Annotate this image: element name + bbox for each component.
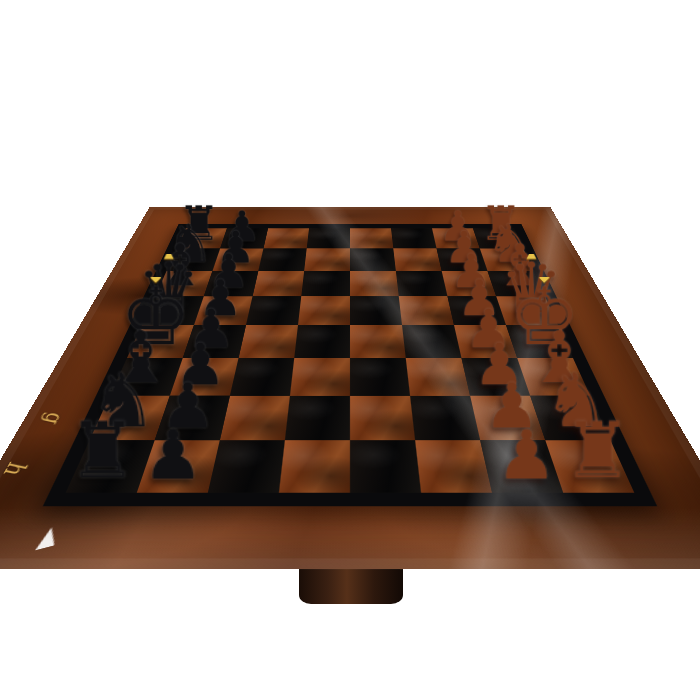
square-d3[interactable]: [399, 296, 454, 325]
specular-glint-icon: [35, 525, 61, 550]
square-c3[interactable]: [396, 271, 448, 296]
square-e3[interactable]: [402, 325, 461, 358]
square-h8[interactable]: ♜: [66, 440, 155, 492]
gold-tip-icon: ◆: [150, 269, 161, 283]
square-d4[interactable]: [350, 296, 402, 325]
file-label-h: h: [0, 461, 35, 474]
square-a3[interactable]: [391, 228, 437, 248]
black-rook[interactable]: ♜: [68, 412, 137, 489]
square-e6[interactable]: [239, 325, 298, 358]
square-e5[interactable]: [294, 325, 350, 358]
square-f4[interactable]: [350, 358, 410, 396]
square-c6[interactable]: [253, 271, 305, 296]
square-f3[interactable]: [406, 358, 470, 396]
square-h7[interactable]: ♟: [137, 440, 220, 492]
square-g4[interactable]: [350, 396, 415, 440]
square-f6[interactable]: [230, 358, 294, 396]
square-b3[interactable]: [393, 248, 441, 271]
square-h4[interactable]: [350, 440, 421, 492]
black-pawn[interactable]: ♟: [143, 421, 204, 489]
gold-tip-icon: ▲: [526, 247, 536, 260]
tabletop-frame: g h ♜♟♟♜♞♟♟♞♝♟♟♝♛▲♟♟♛▲♚◆♟♟♚◆♝♟♟♝♞♟♟♞♜♟♟♜: [0, 207, 700, 569]
white-rook[interactable]: ♜: [563, 412, 632, 489]
square-h3[interactable]: [415, 440, 492, 492]
board-slab: ♜♟♟♜♞♟♟♞♝♟♟♝♛▲♟♟♛▲♚◆♟♟♚◆♝♟♟♝♞♟♟♞♜♟♟♜: [43, 224, 657, 506]
gold-tip-icon: ▲: [164, 247, 174, 260]
chess-table-scene: g h ♜♟♟♜♞♟♟♞♝♟♟♝♛▲♟♟♛▲♚◆♟♟♚◆♝♟♟♝♞♟♟♞♜♟♟♜: [0, 0, 700, 700]
square-c4[interactable]: [350, 271, 399, 296]
white-pawn[interactable]: ♟: [496, 421, 557, 489]
square-a5[interactable]: [307, 228, 350, 248]
square-h6[interactable]: [208, 440, 285, 492]
gold-tip-icon: ◆: [539, 269, 550, 283]
square-b5[interactable]: [304, 248, 350, 271]
square-d6[interactable]: [246, 296, 301, 325]
square-d5[interactable]: [298, 296, 350, 325]
square-b6[interactable]: [258, 248, 306, 271]
square-g5[interactable]: [285, 396, 350, 440]
square-g3[interactable]: [410, 396, 480, 440]
square-f5[interactable]: [290, 358, 350, 396]
photo-background: g h ♜♟♟♜♞♟♟♞♝♟♟♝♛▲♟♟♛▲♚◆♟♟♚◆♝♟♟♝♞♟♟♞♜♟♟♜: [0, 0, 700, 700]
square-h1[interactable]: ♜: [545, 440, 634, 492]
square-h5[interactable]: [279, 440, 350, 492]
square-e4[interactable]: [350, 325, 406, 358]
square-a6[interactable]: [263, 228, 309, 248]
square-b4[interactable]: [350, 248, 396, 271]
chess-board: ♜♟♟♜♞♟♟♞♝♟♟♝♛▲♟♟♛▲♚◆♟♟♚◆♝♟♟♝♞♟♟♞♜♟♟♜: [66, 228, 635, 492]
square-c5[interactable]: [301, 271, 350, 296]
square-g6[interactable]: [220, 396, 290, 440]
square-a4[interactable]: [350, 228, 393, 248]
square-h2[interactable]: ♟: [480, 440, 563, 492]
